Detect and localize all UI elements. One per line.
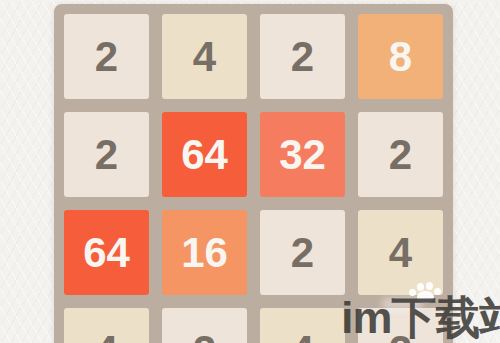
page-background: 24282643226416244242 im下载站 xyxy=(0,0,500,343)
tile-r3c2-16: 16 xyxy=(162,210,247,295)
tile-r2c1-2: 2 xyxy=(64,112,149,197)
tile-r3c1-64: 64 xyxy=(64,210,149,295)
tile-r4c2-2: 2 xyxy=(162,308,247,343)
tile-r4c1-4: 4 xyxy=(64,308,149,343)
tile-r2c3-32: 32 xyxy=(260,112,345,197)
tile-r2c2-64: 64 xyxy=(162,112,247,197)
tile-r3c4-4: 4 xyxy=(358,210,443,295)
tile-r1c3-2: 2 xyxy=(260,14,345,99)
game-board-2048[interactable]: 24282643226416244242 xyxy=(54,4,453,343)
tile-r2c4-2: 2 xyxy=(358,112,443,197)
tile-grid[interactable]: 24282643226416244242 xyxy=(54,4,453,343)
tile-r1c1-2: 2 xyxy=(64,14,149,99)
tile-r4c3-4: 4 xyxy=(260,308,345,343)
tile-r1c2-4: 4 xyxy=(162,14,247,99)
tile-r1c4-8: 8 xyxy=(358,14,443,99)
tile-r4c4-2: 2 xyxy=(358,308,443,343)
tile-r3c3-2: 2 xyxy=(260,210,345,295)
